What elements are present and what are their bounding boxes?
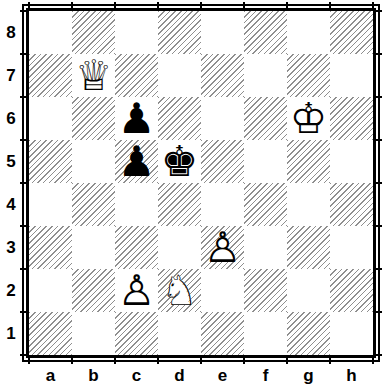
rank-labels: 87654321 [0,4,22,389]
square-d4[interactable] [158,183,201,226]
piece-glyph: ♟ [118,98,156,140]
square-a2[interactable] [29,269,72,312]
square-h6[interactable] [330,97,373,140]
square-e2[interactable] [201,269,244,312]
white-knight[interactable]: ♞♘ [158,269,201,312]
square-b7[interactable]: ♛♕ [72,54,115,97]
rank-label-4: 4 [6,183,15,226]
square-e8[interactable] [201,11,244,54]
square-g8[interactable] [287,11,330,54]
file-label-h: h [330,362,373,389]
square-a7[interactable] [29,54,72,97]
white-queen[interactable]: ♛♕ [72,54,115,97]
square-h2[interactable] [330,269,373,312]
square-e4[interactable] [201,183,244,226]
piece-glyph: ♙ [118,270,156,312]
rank-label-1: 1 [6,312,15,355]
square-f2[interactable] [244,269,287,312]
square-d2[interactable]: ♞♘ [158,269,201,312]
frame-ticks-bottom [24,358,378,364]
square-e7[interactable] [201,54,244,97]
square-c4[interactable] [115,183,158,226]
file-label-a: a [29,362,72,389]
square-g5[interactable] [287,140,330,183]
piece-glyph: ♚ [161,141,199,183]
square-f1[interactable] [244,312,287,355]
square-g1[interactable] [287,312,330,355]
black-king[interactable]: ♚ [158,140,201,183]
square-a8[interactable] [29,11,72,54]
square-g7[interactable] [287,54,330,97]
square-a5[interactable] [29,140,72,183]
file-label-b: b [72,362,115,389]
piece-glyph: ♙ [204,227,242,269]
square-f5[interactable] [244,140,287,183]
square-d7[interactable] [158,54,201,97]
piece-glyph: ♔ [290,98,328,140]
rank-label-5: 5 [6,140,15,183]
square-c7[interactable] [115,54,158,97]
square-b8[interactable] [72,11,115,54]
square-h7[interactable] [330,54,373,97]
square-d1[interactable] [158,312,201,355]
piece-glyph: ♘ [161,270,199,312]
chess-diagram: 87654321 ♛♕♟♚♔♟♚♟♙♟♙♞♘ abcdefgh [0,0,386,389]
square-b5[interactable] [72,140,115,183]
piece-glyph: ♟ [118,141,156,183]
square-h4[interactable] [330,183,373,226]
square-c3[interactable] [115,226,158,269]
square-g2[interactable] [287,269,330,312]
file-label-e: e [201,362,244,389]
square-h1[interactable] [330,312,373,355]
frame-ticks-right [376,6,382,360]
square-e6[interactable] [201,97,244,140]
square-a6[interactable] [29,97,72,140]
file-label-d: d [158,362,201,389]
square-d5[interactable]: ♚ [158,140,201,183]
square-c5[interactable]: ♟ [115,140,158,183]
square-f8[interactable] [244,11,287,54]
square-f4[interactable] [244,183,287,226]
square-a4[interactable] [29,183,72,226]
square-b1[interactable] [72,312,115,355]
frame-ticks-top [24,2,378,8]
frame-ticks-left [20,6,26,360]
square-f7[interactable] [244,54,287,97]
white-king[interactable]: ♚♔ [287,97,330,140]
board-column: ♛♕♟♚♔♟♚♟♙♟♙♞♘ abcdefgh [22,4,380,389]
rank-label-6: 6 [6,97,15,140]
square-a1[interactable] [29,312,72,355]
square-g3[interactable] [287,226,330,269]
black-pawn[interactable]: ♟ [115,140,158,183]
rank-label-8: 8 [6,11,15,54]
board-grid: ♛♕♟♚♔♟♚♟♙♟♙♞♘ [29,11,373,355]
file-label-f: f [244,362,287,389]
square-f3[interactable] [244,226,287,269]
piece-glyph: ♕ [75,55,113,97]
black-pawn[interactable]: ♟ [115,97,158,140]
square-d3[interactable] [158,226,201,269]
file-labels: abcdefgh [22,362,380,389]
square-g6[interactable]: ♚♔ [287,97,330,140]
square-g4[interactable] [287,183,330,226]
square-b6[interactable] [72,97,115,140]
white-pawn[interactable]: ♟♙ [115,269,158,312]
square-e1[interactable] [201,312,244,355]
square-b2[interactable] [72,269,115,312]
square-d6[interactable] [158,97,201,140]
rank-label-3: 3 [6,226,15,269]
square-e3[interactable]: ♟♙ [201,226,244,269]
square-h8[interactable] [330,11,373,54]
rank-label-7: 7 [6,54,15,97]
square-c2[interactable]: ♟♙ [115,269,158,312]
rank-label-2: 2 [6,269,15,312]
file-label-c: c [115,362,158,389]
square-c1[interactable] [115,312,158,355]
square-f6[interactable] [244,97,287,140]
square-a3[interactable] [29,226,72,269]
board-inner-border: ♛♕♟♚♔♟♚♟♙♟♙♞♘ [26,8,376,358]
square-c6[interactable]: ♟ [115,97,158,140]
square-d8[interactable] [158,11,201,54]
square-c8[interactable] [115,11,158,54]
square-e5[interactable] [201,140,244,183]
white-pawn[interactable]: ♟♙ [201,226,244,269]
square-b3[interactable] [72,226,115,269]
square-b4[interactable] [72,183,115,226]
file-label-g: g [287,362,330,389]
square-h5[interactable] [330,140,373,183]
board-frame: ♛♕♟♚♔♟♚♟♙♟♙♞♘ [22,4,380,362]
square-h3[interactable] [330,226,373,269]
